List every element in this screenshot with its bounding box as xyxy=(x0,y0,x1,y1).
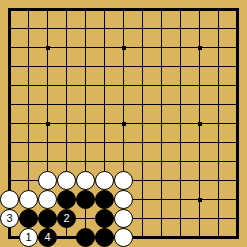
intersection-g7[interactable] xyxy=(114,114,133,133)
black-stone xyxy=(38,209,57,228)
intersection-h1[interactable] xyxy=(133,228,152,247)
intersection-g8[interactable] xyxy=(114,95,133,114)
intersection-j4[interactable] xyxy=(152,171,171,190)
intersection-d13[interactable] xyxy=(57,0,76,19)
intersection-b9[interactable] xyxy=(19,76,38,95)
intersection-e5[interactable] xyxy=(76,152,95,171)
intersection-d3[interactable] xyxy=(57,190,76,209)
intersection-a10[interactable] xyxy=(0,57,19,76)
intersection-a11[interactable] xyxy=(0,38,19,57)
black-stone xyxy=(76,228,95,247)
intersection-n1[interactable] xyxy=(228,228,247,247)
intersection-l10[interactable] xyxy=(190,57,209,76)
intersection-d6[interactable] xyxy=(57,133,76,152)
intersection-j13[interactable] xyxy=(152,0,171,19)
intersection-f11[interactable] xyxy=(95,38,114,57)
intersection-h12[interactable] xyxy=(133,19,152,38)
intersection-h10[interactable] xyxy=(133,57,152,76)
intersection-a6[interactable] xyxy=(0,133,19,152)
intersection-b11[interactable] xyxy=(19,38,38,57)
intersection-g11[interactable] xyxy=(114,38,133,57)
intersection-l12[interactable] xyxy=(190,19,209,38)
intersection-c4[interactable] xyxy=(38,171,57,190)
black-stone xyxy=(95,228,114,247)
intersection-j5[interactable] xyxy=(152,152,171,171)
intersection-d7[interactable] xyxy=(57,114,76,133)
intersection-l6[interactable] xyxy=(190,133,209,152)
intersection-b2[interactable] xyxy=(19,209,38,228)
intersection-m10[interactable] xyxy=(209,57,228,76)
intersection-m6[interactable] xyxy=(209,133,228,152)
intersection-n7[interactable] xyxy=(228,114,247,133)
intersection-e4[interactable] xyxy=(76,171,95,190)
intersection-g6[interactable] xyxy=(114,133,133,152)
intersection-m7[interactable] xyxy=(209,114,228,133)
intersection-m4[interactable] xyxy=(209,171,228,190)
intersection-n3[interactable] xyxy=(228,190,247,209)
intersection-f12[interactable] xyxy=(95,19,114,38)
intersection-f4[interactable] xyxy=(95,171,114,190)
intersection-h13[interactable] xyxy=(133,0,152,19)
intersection-f8[interactable] xyxy=(95,95,114,114)
intersection-g4[interactable] xyxy=(114,171,133,190)
intersection-k12[interactable] xyxy=(171,19,190,38)
intersection-k4[interactable] xyxy=(171,171,190,190)
intersection-g12[interactable] xyxy=(114,19,133,38)
intersection-c12[interactable] xyxy=(38,19,57,38)
intersection-f5[interactable] xyxy=(95,152,114,171)
intersection-m2[interactable] xyxy=(209,209,228,228)
intersection-e10[interactable] xyxy=(76,57,95,76)
intersection-k5[interactable] xyxy=(171,152,190,171)
intersection-n9[interactable] xyxy=(228,76,247,95)
intersection-g9[interactable] xyxy=(114,76,133,95)
intersection-e11[interactable] xyxy=(76,38,95,57)
intersection-a1[interactable] xyxy=(0,228,19,247)
intersection-k2[interactable] xyxy=(171,209,190,228)
intersection-f6[interactable] xyxy=(95,133,114,152)
intersection-j1[interactable] xyxy=(152,228,171,247)
intersection-e12[interactable] xyxy=(76,19,95,38)
black-stone xyxy=(95,209,114,228)
black-stone xyxy=(19,209,38,228)
intersection-e1[interactable] xyxy=(76,228,95,247)
intersection-k6[interactable] xyxy=(171,133,190,152)
intersection-k1[interactable] xyxy=(171,228,190,247)
intersection-e3[interactable] xyxy=(76,190,95,209)
intersection-b4[interactable] xyxy=(19,171,38,190)
intersection-d12[interactable] xyxy=(57,19,76,38)
intersection-a7[interactable] xyxy=(0,114,19,133)
intersection-h8[interactable] xyxy=(133,95,152,114)
intersection-b10[interactable] xyxy=(19,57,38,76)
intersection-k13[interactable] xyxy=(171,0,190,19)
intersection-c10[interactable] xyxy=(38,57,57,76)
white-stone xyxy=(114,228,133,247)
intersection-h7[interactable] xyxy=(133,114,152,133)
intersection-j3[interactable] xyxy=(152,190,171,209)
intersection-e6[interactable] xyxy=(76,133,95,152)
white-stone xyxy=(114,209,133,228)
white-stone xyxy=(38,190,57,209)
intersection-n11[interactable] xyxy=(228,38,247,57)
intersection-b12[interactable] xyxy=(19,19,38,38)
intersection-n8[interactable] xyxy=(228,95,247,114)
white-stone: 3 xyxy=(0,209,19,228)
intersection-c6[interactable] xyxy=(38,133,57,152)
intersection-g13[interactable] xyxy=(114,0,133,19)
intersection-m11[interactable] xyxy=(209,38,228,57)
intersection-d4[interactable] xyxy=(57,171,76,190)
intersection-m12[interactable] xyxy=(209,19,228,38)
intersection-f7[interactable] xyxy=(95,114,114,133)
intersection-c9[interactable] xyxy=(38,76,57,95)
white-stone xyxy=(76,171,95,190)
intersection-d10[interactable] xyxy=(57,57,76,76)
black-stone xyxy=(57,190,76,209)
intersection-l5[interactable] xyxy=(190,152,209,171)
black-stone xyxy=(76,190,95,209)
intersection-c7[interactable] xyxy=(38,114,57,133)
black-stone: 4 xyxy=(38,228,57,247)
intersection-k3[interactable] xyxy=(171,190,190,209)
intersection-j11[interactable] xyxy=(152,38,171,57)
intersection-m8[interactable] xyxy=(209,95,228,114)
intersection-j10[interactable] xyxy=(152,57,171,76)
intersection-l4[interactable] xyxy=(190,171,209,190)
intersection-l8[interactable] xyxy=(190,95,209,114)
intersection-a8[interactable] xyxy=(0,95,19,114)
intersection-h11[interactable] xyxy=(133,38,152,57)
intersection-k10[interactable] xyxy=(171,57,190,76)
intersection-b6[interactable] xyxy=(19,133,38,152)
intersection-a13[interactable] xyxy=(0,0,19,19)
intersection-k8[interactable] xyxy=(171,95,190,114)
intersection-l9[interactable] xyxy=(190,76,209,95)
white-stone: 1 xyxy=(19,228,38,247)
white-stone xyxy=(95,171,114,190)
intersection-l11[interactable] xyxy=(190,38,209,57)
move-number-label: 1 xyxy=(25,232,31,243)
intersection-g1[interactable] xyxy=(114,228,133,247)
white-stone xyxy=(57,171,76,190)
intersection-b8[interactable] xyxy=(19,95,38,114)
intersection-h5[interactable] xyxy=(133,152,152,171)
intersection-b13[interactable] xyxy=(19,0,38,19)
intersection-f1[interactable] xyxy=(95,228,114,247)
intersection-n6[interactable] xyxy=(228,133,247,152)
intersection-a5[interactable] xyxy=(0,152,19,171)
intersection-l13[interactable] xyxy=(190,0,209,19)
intersection-h6[interactable] xyxy=(133,133,152,152)
intersection-j6[interactable] xyxy=(152,133,171,152)
intersection-l3[interactable] xyxy=(190,190,209,209)
intersection-d1[interactable] xyxy=(57,228,76,247)
intersection-m5[interactable] xyxy=(209,152,228,171)
intersection-k7[interactable] xyxy=(171,114,190,133)
intersection-a2[interactable]: 3 xyxy=(0,209,19,228)
intersection-a12[interactable] xyxy=(0,19,19,38)
intersection-b5[interactable] xyxy=(19,152,38,171)
black-stone xyxy=(95,190,114,209)
intersection-e2[interactable] xyxy=(76,209,95,228)
intersection-a3[interactable] xyxy=(0,190,19,209)
intersection-e13[interactable] xyxy=(76,0,95,19)
intersection-f3[interactable] xyxy=(95,190,114,209)
go-board: 3214 xyxy=(0,0,247,247)
intersection-b1[interactable]: 1 xyxy=(19,228,38,247)
black-stone: 2 xyxy=(57,209,76,228)
intersection-h3[interactable] xyxy=(133,190,152,209)
intersection-j8[interactable] xyxy=(152,95,171,114)
intersection-j7[interactable] xyxy=(152,114,171,133)
intersection-n2[interactable] xyxy=(228,209,247,228)
intersection-m1[interactable] xyxy=(209,228,228,247)
intersection-m3[interactable] xyxy=(209,190,228,209)
intersection-j12[interactable] xyxy=(152,19,171,38)
intersection-g3[interactable] xyxy=(114,190,133,209)
intersection-c1[interactable]: 4 xyxy=(38,228,57,247)
intersection-c3[interactable] xyxy=(38,190,57,209)
intersection-n5[interactable] xyxy=(228,152,247,171)
white-stone xyxy=(19,190,38,209)
white-stone xyxy=(0,190,19,209)
intersection-k9[interactable] xyxy=(171,76,190,95)
intersection-g10[interactable] xyxy=(114,57,133,76)
intersection-l1[interactable] xyxy=(190,228,209,247)
board-grid: 3214 xyxy=(0,0,247,247)
intersection-d2[interactable]: 2 xyxy=(57,209,76,228)
intersection-j2[interactable] xyxy=(152,209,171,228)
intersection-n12[interactable] xyxy=(228,19,247,38)
intersection-b3[interactable] xyxy=(19,190,38,209)
intersection-c2[interactable] xyxy=(38,209,57,228)
intersection-c11[interactable] xyxy=(38,38,57,57)
intersection-n13[interactable] xyxy=(228,0,247,19)
intersection-h9[interactable] xyxy=(133,76,152,95)
intersection-c8[interactable] xyxy=(38,95,57,114)
intersection-b7[interactable] xyxy=(19,114,38,133)
intersection-g2[interactable] xyxy=(114,209,133,228)
intersection-d9[interactable] xyxy=(57,76,76,95)
intersection-f2[interactable] xyxy=(95,209,114,228)
intersection-n10[interactable] xyxy=(228,57,247,76)
move-number-label: 3 xyxy=(6,213,12,224)
white-stone xyxy=(114,190,133,209)
intersection-m13[interactable] xyxy=(209,0,228,19)
intersection-f10[interactable] xyxy=(95,57,114,76)
intersection-l2[interactable] xyxy=(190,209,209,228)
intersection-m9[interactable] xyxy=(209,76,228,95)
intersection-j9[interactable] xyxy=(152,76,171,95)
intersection-a4[interactable] xyxy=(0,171,19,190)
intersection-g5[interactable] xyxy=(114,152,133,171)
intersection-k11[interactable] xyxy=(171,38,190,57)
intersection-f13[interactable] xyxy=(95,0,114,19)
intersection-d8[interactable] xyxy=(57,95,76,114)
move-number-label: 4 xyxy=(44,232,50,243)
intersection-c13[interactable] xyxy=(38,0,57,19)
white-stone xyxy=(38,171,57,190)
intersection-e8[interactable] xyxy=(76,95,95,114)
intersection-c5[interactable] xyxy=(38,152,57,171)
intersection-l7[interactable] xyxy=(190,114,209,133)
intersection-a9[interactable] xyxy=(0,76,19,95)
intersection-d5[interactable] xyxy=(57,152,76,171)
intersection-n4[interactable] xyxy=(228,171,247,190)
move-number-label: 2 xyxy=(63,213,69,224)
intersection-e7[interactable] xyxy=(76,114,95,133)
intersection-h4[interactable] xyxy=(133,171,152,190)
intersection-h2[interactable] xyxy=(133,209,152,228)
intersection-f9[interactable] xyxy=(95,76,114,95)
intersection-e9[interactable] xyxy=(76,76,95,95)
intersection-d11[interactable] xyxy=(57,38,76,57)
white-stone xyxy=(114,171,133,190)
